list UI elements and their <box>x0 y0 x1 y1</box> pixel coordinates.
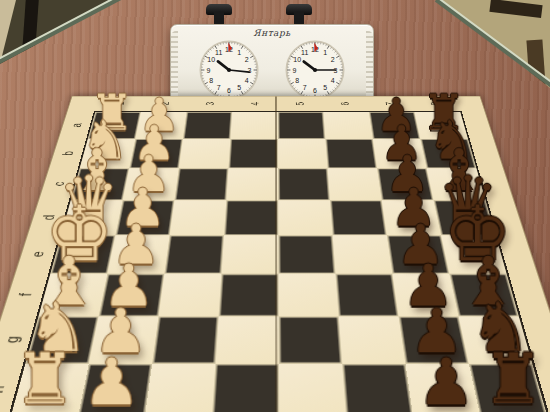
square-c4 <box>226 168 278 200</box>
square-h3 <box>145 364 216 412</box>
square-f3 <box>159 274 222 317</box>
white-pawn: ♟ <box>83 350 141 412</box>
square-e5 <box>278 235 335 274</box>
rank-label-3: 3 <box>196 91 225 116</box>
square-f5 <box>278 274 338 317</box>
square-a6 <box>323 112 373 139</box>
square-d3 <box>170 200 227 235</box>
rank-label-5: 5 <box>287 91 314 116</box>
square-h5 <box>279 364 346 412</box>
square-a4 <box>230 112 277 139</box>
square-d4 <box>224 200 278 235</box>
chess-board: 12345678 abcdefgh ♜♟♟♜♞♟♟♞♝♟♟♝♛♟♟♛♚♟♟♚♝♟… <box>0 0 550 412</box>
rank-label-6: 6 <box>331 91 360 116</box>
board-plane: 12345678 abcdefgh ♜♟♟♜♞♟♟♞♝♟♟♝♛♟♟♛♚♟♟♚♝♟… <box>0 96 550 412</box>
square-b4 <box>228 139 278 168</box>
board-grid: ♜♟♟♜♞♟♟♞♝♟♟♝♛♟♟♛♚♟♟♚♝♟♟♝♞♟♟♞♜♟♟♜ <box>11 112 548 412</box>
black-pawn: ♟ <box>418 350 476 412</box>
square-a5 <box>278 112 326 139</box>
square-h8: ♜ <box>469 364 547 412</box>
square-b5 <box>278 139 328 168</box>
square-g5 <box>279 316 343 363</box>
square-a3 <box>183 112 232 139</box>
square-h1: ♜ <box>11 364 89 412</box>
square-h7: ♟ <box>406 364 481 412</box>
square-c5 <box>278 168 330 200</box>
square-b3 <box>179 139 230 168</box>
square-c6 <box>328 168 382 200</box>
square-b6 <box>325 139 377 168</box>
square-g6 <box>339 316 406 363</box>
square-d5 <box>278 200 332 235</box>
white-rook: ♜ <box>14 345 76 412</box>
square-e6 <box>333 235 393 274</box>
square-d6 <box>330 200 387 235</box>
square-h6 <box>342 364 413 412</box>
square-f4 <box>219 274 279 317</box>
square-h4 <box>212 364 279 412</box>
square-c3 <box>175 168 229 200</box>
square-f6 <box>335 274 398 317</box>
square-h2: ♟ <box>78 364 152 412</box>
black-rook: ♜ <box>482 345 544 412</box>
board-field: ♜♟♟♜♞♟♟♞♝♟♟♝♛♟♟♛♚♟♟♚♝♟♟♝♞♟♟♞♜♟♟♜ <box>8 111 550 412</box>
scene: Янтарь 123456789101112 123456789101112 1… <box>0 0 550 412</box>
square-e4 <box>221 235 278 274</box>
square-g3 <box>152 316 218 363</box>
square-e3 <box>164 235 224 274</box>
rank-label-4: 4 <box>242 91 269 116</box>
square-g4 <box>216 316 279 363</box>
